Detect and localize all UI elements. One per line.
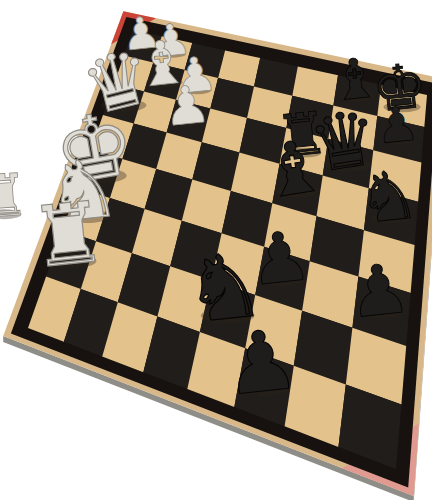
black-bishop: ♝ [255,122,332,215]
black-pawn: ♟ [373,95,421,154]
chessboard-photo: ♟♟♝♟♝♛♚♟♟♜♛♚♝♜♞♞♜♟♟♞♟ [0,0,432,500]
white-rook: ♜ [26,182,111,287]
black-pawn: ♟ [219,310,303,414]
black-knight: ♞ [354,154,423,239]
white-pawn: ♟ [160,72,213,138]
black-pawn: ♟ [344,247,414,333]
photo-stage: Angled photo of a folding wooden chess b… [0,0,432,500]
